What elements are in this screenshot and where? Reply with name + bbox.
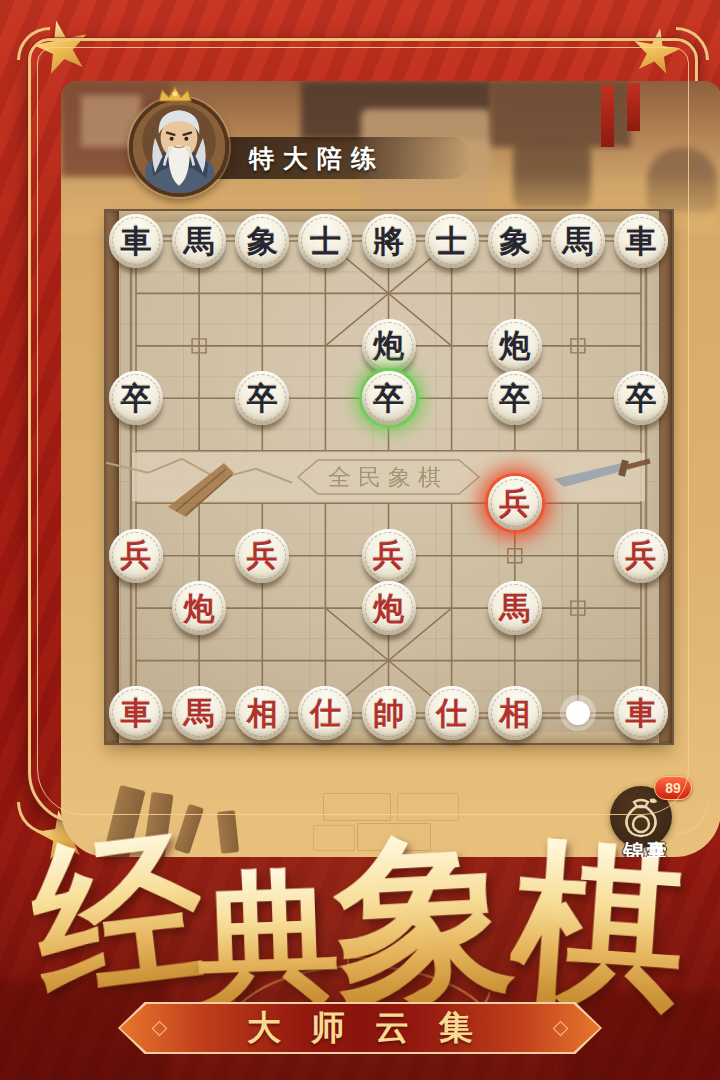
- piece-black-將-c5r1[interactable]: 將: [362, 214, 416, 268]
- hint-bag-button[interactable]: 89 锦囊: [610, 776, 706, 857]
- scene-ribbon: [601, 85, 614, 147]
- title-char: 典: [195, 866, 342, 1013]
- hint-count-badge: 89: [654, 776, 692, 800]
- piece-black-馬-c8r1[interactable]: 馬: [551, 214, 605, 268]
- piece-red-相-c3r10[interactable]: 相: [235, 686, 289, 740]
- piece-red-仕-c4r10[interactable]: 仕: [298, 686, 352, 740]
- app-screenshot: { "game": "xiangqi", "app": { "player_la…: [0, 0, 720, 1080]
- piece-red-仕-c6r10[interactable]: 仕: [425, 686, 479, 740]
- stone-brick: [323, 793, 391, 821]
- scene-ribbon: [627, 83, 640, 131]
- banner-ornament: [553, 1021, 569, 1037]
- piece-black-卒-c1r4[interactable]: 卒: [109, 371, 163, 425]
- piece-red-炮-c5r8[interactable]: 炮: [362, 581, 416, 635]
- piece-red-兵-c5r7[interactable]: 兵: [362, 529, 416, 583]
- piece-red-炮-c2r8[interactable]: 炮: [172, 581, 226, 635]
- piece-black-車-c9r1[interactable]: 車: [614, 214, 668, 268]
- avatar-portrait: [129, 97, 229, 197]
- last-move-origin-dot: [566, 701, 590, 725]
- piece-black-馬-c2r1[interactable]: 馬: [172, 214, 226, 268]
- subtitle-label: 大师云集: [217, 1005, 503, 1051]
- piece-red-相-c7r10[interactable]: 相: [488, 686, 542, 740]
- piece-black-卒-c5r4[interactable]: 卒: [362, 371, 416, 425]
- hint-count-value: 89: [665, 780, 681, 796]
- title-char: 棋: [507, 835, 691, 1019]
- opponent-name-banner: 特大陪练: [209, 137, 471, 179]
- old-master-portrait-icon: [133, 101, 225, 193]
- piece-black-卒-c9r4[interactable]: 卒: [614, 371, 668, 425]
- piece-black-炮-c5r3[interactable]: 炮: [362, 319, 416, 373]
- opponent-name-label: 特大陪练: [209, 142, 385, 175]
- piece-red-兵-c7r6[interactable]: 兵: [488, 476, 542, 530]
- crown-icon: [156, 85, 194, 105]
- piece-black-士-c6r1[interactable]: 士: [425, 214, 479, 268]
- stone-brick: [397, 793, 459, 821]
- game-frame: 特大陪练 全民象棋 車馬象士將士象馬車炮炮卒卒卒卒卒兵兵兵兵兵炮炮馬車馬相仕帥仕…: [28, 38, 698, 824]
- piece-black-象-c7r1[interactable]: 象: [488, 214, 542, 268]
- piece-red-兵-c1r7[interactable]: 兵: [109, 529, 163, 583]
- banner-ornament: [152, 1021, 168, 1037]
- piece-red-馬-c7r8[interactable]: 馬: [488, 581, 542, 635]
- piece-red-兵-c3r7[interactable]: 兵: [235, 529, 289, 583]
- piece-black-炮-c7r3[interactable]: 炮: [488, 319, 542, 373]
- hint-label: 锦囊: [604, 838, 688, 857]
- xiangqi-board[interactable]: 全民象棋 車馬象士將士象馬車炮炮卒卒卒卒卒兵兵兵兵兵炮炮馬車馬相仕帥仕相車: [106, 211, 672, 743]
- piece-red-兵-c9r7[interactable]: 兵: [614, 529, 668, 583]
- piece-red-車-c9r10[interactable]: 車: [614, 686, 668, 740]
- piece-black-象-c3r1[interactable]: 象: [235, 214, 289, 268]
- piece-red-馬-c2r10[interactable]: 馬: [172, 686, 226, 740]
- piece-black-車-c1r1[interactable]: 車: [109, 214, 163, 268]
- subtitle-banner: 大师云集: [118, 1002, 602, 1054]
- piece-red-車-c1r10[interactable]: 車: [109, 686, 163, 740]
- title-char: 经: [25, 823, 212, 1010]
- piece-red-帥-c5r10[interactable]: 帥: [362, 686, 416, 740]
- game-scene: 特大陪练 全民象棋 車馬象士將士象馬車炮炮卒卒卒卒卒兵兵兵兵兵炮炮馬車馬相仕帥仕…: [61, 81, 720, 857]
- piece-black-卒-c7r4[interactable]: 卒: [488, 371, 542, 425]
- piece-black-士-c4r1[interactable]: 士: [298, 214, 352, 268]
- svg-text:全民象棋: 全民象棋: [328, 465, 448, 490]
- opponent-avatar[interactable]: [123, 89, 227, 193]
- title-char: 象: [330, 828, 519, 1017]
